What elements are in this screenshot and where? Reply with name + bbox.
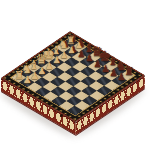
product-photo: ♜♜♞♟♟♞♝♟♟♝♛♟♟♚♚♟♟♛♝♟♟♝♞♟♟♞♜♟♟♜♟♟ bbox=[0, 0, 150, 150]
box-clasp bbox=[60, 114, 63, 117]
